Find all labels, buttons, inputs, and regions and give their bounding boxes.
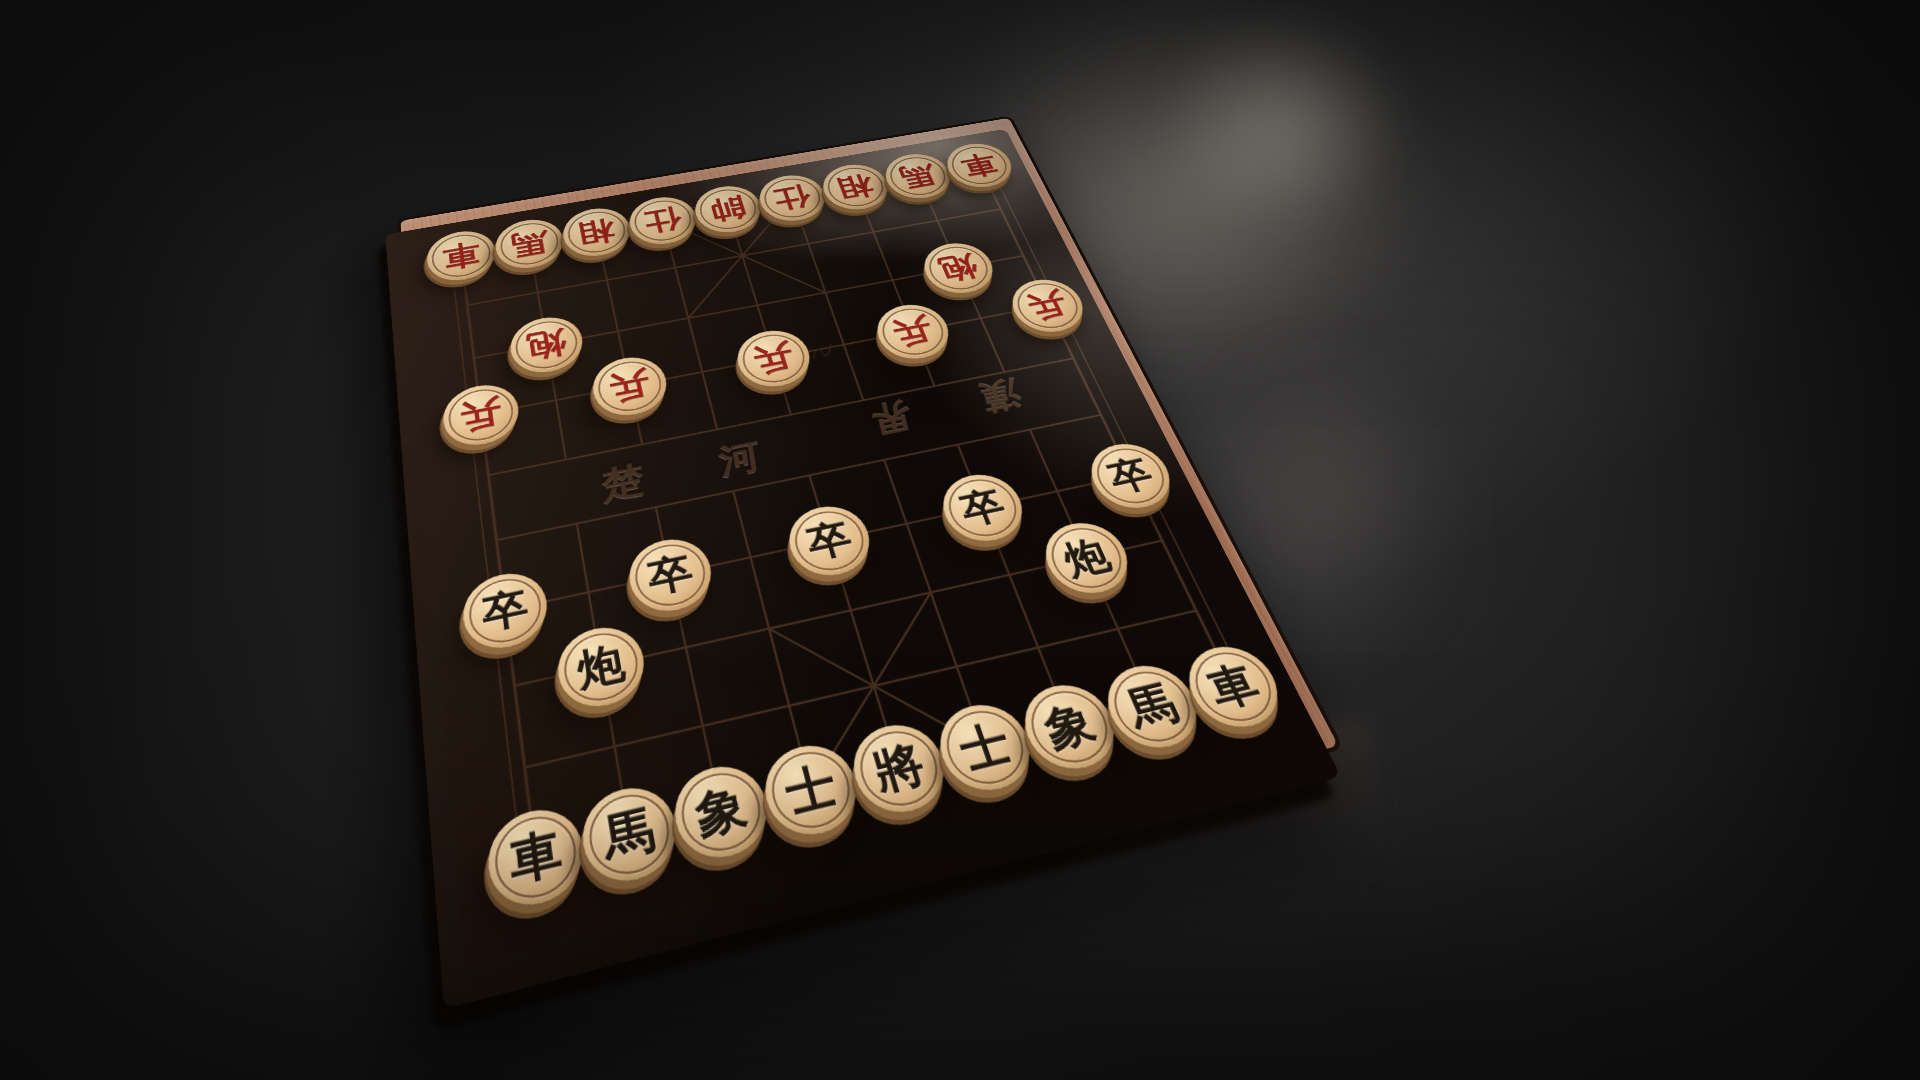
black-general-glyph: 將 [868,739,929,797]
black-soldier-glyph: 卒 [644,551,696,598]
red-cannon-glyph: 炮 [935,251,982,284]
xiangqi-board: 楚 河 漢 界 車馬相仕帥仕相馬車炮炮兵兵兵兵兵卒卒卒卒卒炮炮車馬象士將士象馬車 [400,118,1338,968]
black-elephant-glyph: 象 [692,782,751,842]
scene-viewport[interactable]: 楚 河 漢 界 車馬相仕帥仕相馬車炮炮兵兵兵兵兵卒卒卒卒卒炮炮車馬象士將士象馬車 [0,0,1920,1080]
black-soldier-glyph: 卒 [955,486,1010,530]
black-elephant-glyph: 象 [1038,699,1101,754]
black-soldier-glyph: 卒 [480,586,530,635]
scene-3d: 楚 河 漢 界 車馬相仕帥仕相馬車炮炮兵兵兵兵兵卒卒卒卒卒炮炮車馬象士將士象馬車 [0,0,1920,1080]
black-horse-glyph: 馬 [1121,679,1184,733]
black-advisor-glyph: 士 [781,760,841,819]
red-chariot-glyph: 車 [957,151,1001,180]
red-general-glyph: 帥 [707,194,749,225]
red-soldier-glyph: 兵 [607,367,653,405]
red-chariot-glyph: 車 [441,239,481,272]
red-elephant-glyph: 相 [576,216,618,248]
red-soldier-glyph: 兵 [1023,288,1072,323]
black-chariot-glyph: 車 [1201,660,1265,713]
red-soldier-glyph: 兵 [459,395,504,435]
black-chariot-glyph: 車 [507,826,564,889]
black-soldier-glyph: 卒 [1103,455,1159,497]
board-points-grid: 車馬相仕帥仕相馬車炮炮兵兵兵兵兵卒卒卒卒卒炮炮車馬象士將士象馬車 [424,139,1293,916]
red-cannon-glyph: 炮 [525,327,569,363]
red-elephant-glyph: 相 [834,172,877,202]
black-horse-glyph: 馬 [600,803,658,864]
black-cannon-glyph: 炮 [1058,535,1116,581]
red-horse-glyph: 馬 [509,228,550,260]
black-cannon-glyph: 炮 [575,641,628,693]
red-horse-glyph: 馬 [896,161,940,190]
red-soldier-glyph: 兵 [889,314,937,350]
red-advisor-glyph: 仕 [771,183,814,213]
black-advisor-glyph: 士 [954,719,1016,775]
red-soldier-glyph: 兵 [750,340,797,377]
red-advisor-glyph: 仕 [642,205,684,236]
black-soldier-glyph: 卒 [803,518,856,564]
